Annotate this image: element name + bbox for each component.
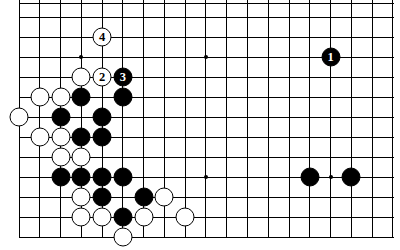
- black-stone: [93, 188, 112, 207]
- black-stone: [72, 168, 91, 187]
- numbered-black-stone: 1: [321, 48, 340, 67]
- white-stone: [30, 128, 49, 147]
- black-stone: [113, 88, 132, 107]
- stones: 4123: [0, 0, 400, 250]
- black-stone: [72, 88, 91, 107]
- numbered-white-stone: 4: [93, 28, 112, 47]
- white-stone: [72, 148, 91, 167]
- black-stone: [72, 128, 91, 147]
- white-stone: [155, 188, 174, 207]
- black-stone: [342, 168, 361, 187]
- black-stone: [300, 168, 319, 187]
- black-stone: [93, 108, 112, 127]
- stone-move-number: 2: [99, 70, 105, 83]
- numbered-white-stone: 2: [93, 68, 112, 87]
- numbered-black-stone: 3: [113, 68, 132, 87]
- white-stone: [51, 128, 70, 147]
- white-stone: [176, 208, 195, 227]
- stone-move-number: 4: [99, 30, 105, 43]
- go-diagram: 4123: [0, 0, 400, 250]
- black-stone: [113, 208, 132, 227]
- white-stone: [134, 208, 153, 227]
- black-stone: [51, 108, 70, 127]
- black-stone: [93, 168, 112, 187]
- white-stone: [72, 188, 91, 207]
- white-stone: [10, 108, 29, 127]
- white-stone: [51, 88, 70, 107]
- stone-move-number: 1: [327, 50, 333, 63]
- black-stone: [113, 168, 132, 187]
- white-stone: [72, 68, 91, 87]
- white-stone: [72, 208, 91, 227]
- white-stone: [51, 148, 70, 167]
- black-stone: [51, 168, 70, 187]
- black-stone: [93, 128, 112, 147]
- black-stone: [134, 188, 153, 207]
- stone-move-number: 3: [120, 70, 126, 83]
- white-stone: [113, 228, 132, 247]
- white-stone: [93, 208, 112, 227]
- white-stone: [30, 88, 49, 107]
